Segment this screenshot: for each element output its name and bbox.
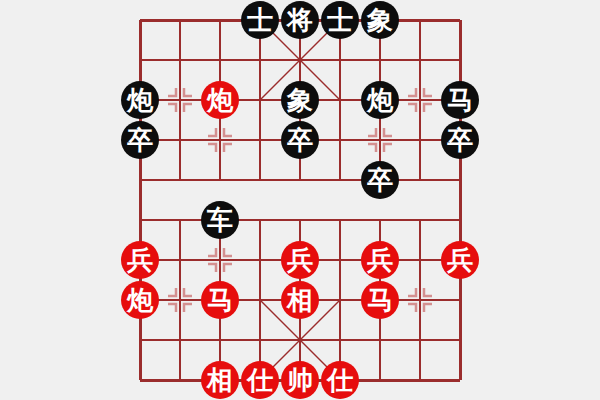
board-point-4-3: 卒 [280, 120, 320, 160]
piece-black-advisor[interactable]: 士 [241, 1, 279, 39]
board-point-5-0: 士 [320, 0, 360, 40]
board-point-8-2: 马 [440, 80, 480, 120]
board-point-8-3: 卒 [440, 120, 480, 160]
piece-black-cannon[interactable]: 炮 [121, 81, 159, 119]
piece-black-advisor[interactable]: 士 [321, 1, 359, 39]
board-point-6-4: 卒 [360, 160, 400, 200]
board-point-4-7: 相 [280, 280, 320, 320]
board-point-8-6: 兵 [440, 240, 480, 280]
xiangqi-board[interactable]: 士将士象炮炮象炮马卒卒卒卒车兵兵兵兵炮马相马相仕帅仕 [0, 0, 600, 400]
board-point-0-6: 兵 [120, 240, 160, 280]
piece-red-soldier[interactable]: 兵 [281, 241, 319, 279]
piece-black-horse[interactable]: 马 [441, 81, 479, 119]
piece-black-soldier[interactable]: 卒 [281, 121, 319, 159]
board-point-6-2: 炮 [360, 80, 400, 120]
board-point-0-7: 炮 [120, 280, 160, 320]
piece-red-general[interactable]: 帅 [281, 361, 319, 399]
board-point-4-6: 兵 [280, 240, 320, 280]
board-point-0-2: 炮 [120, 80, 160, 120]
pieces-layer: 士将士象炮炮象炮马卒卒卒卒车兵兵兵兵炮马相马相仕帅仕 [120, 0, 480, 400]
board-point-3-9: 仕 [240, 360, 280, 400]
board-point-3-0: 士 [240, 0, 280, 40]
piece-red-elephant[interactable]: 相 [201, 361, 239, 399]
piece-red-soldier[interactable]: 兵 [361, 241, 399, 279]
piece-black-soldier[interactable]: 卒 [361, 161, 399, 199]
board-point-5-9: 仕 [320, 360, 360, 400]
piece-black-general[interactable]: 将 [281, 1, 319, 39]
piece-black-soldier[interactable]: 卒 [441, 121, 479, 159]
board-point-2-7: 马 [200, 280, 240, 320]
piece-red-advisor[interactable]: 仕 [321, 361, 359, 399]
piece-red-horse[interactable]: 马 [201, 281, 239, 319]
piece-red-advisor[interactable]: 仕 [241, 361, 279, 399]
board-point-6-6: 兵 [360, 240, 400, 280]
piece-black-elephant[interactable]: 象 [281, 81, 319, 119]
board-point-4-2: 象 [280, 80, 320, 120]
piece-red-soldier[interactable]: 兵 [441, 241, 479, 279]
board-point-2-2: 炮 [200, 80, 240, 120]
piece-red-cannon[interactable]: 炮 [121, 281, 159, 319]
board-point-6-0: 象 [360, 0, 400, 40]
board-point-4-0: 将 [280, 0, 320, 40]
piece-red-cannon[interactable]: 炮 [201, 81, 239, 119]
board-point-6-7: 马 [360, 280, 400, 320]
screenshot-root: 士将士象炮炮象炮马卒卒卒卒车兵兵兵兵炮马相马相仕帅仕 [0, 0, 600, 400]
board-point-2-9: 相 [200, 360, 240, 400]
board-point-4-9: 帅 [280, 360, 320, 400]
piece-red-elephant[interactable]: 相 [281, 281, 319, 319]
board-point-2-5: 车 [200, 200, 240, 240]
piece-black-soldier[interactable]: 卒 [121, 121, 159, 159]
board-point-0-3: 卒 [120, 120, 160, 160]
piece-red-soldier[interactable]: 兵 [121, 241, 159, 279]
piece-black-elephant[interactable]: 象 [361, 1, 399, 39]
piece-red-horse[interactable]: 马 [361, 281, 399, 319]
piece-black-cannon[interactable]: 炮 [361, 81, 399, 119]
piece-black-chariot[interactable]: 车 [201, 201, 239, 239]
